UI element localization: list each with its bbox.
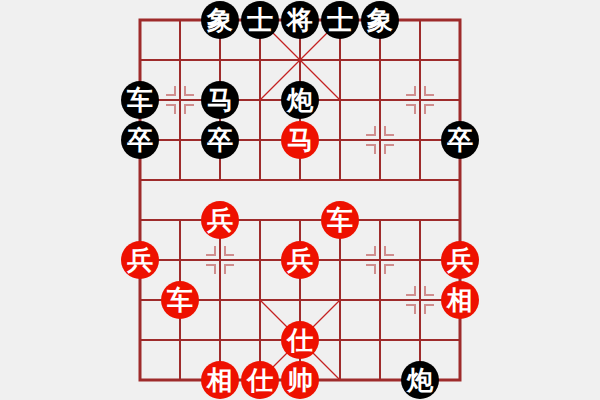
piece-red[interactable]: 仕 (281, 321, 319, 359)
xiangqi-board[interactable]: 象士将士象车马炮卒卒马卒兵车兵兵兵车相仕相仕帅炮 (0, 0, 600, 400)
piece-black[interactable]: 象 (201, 1, 239, 39)
piece-red[interactable]: 车 (321, 201, 359, 239)
piece-black[interactable]: 卒 (441, 121, 479, 159)
piece-red[interactable]: 仕 (241, 361, 279, 399)
piece-black[interactable]: 车 (121, 81, 159, 119)
piece-black[interactable]: 炮 (281, 81, 319, 119)
piece-red[interactable]: 相 (201, 361, 239, 399)
piece-black[interactable]: 士 (241, 1, 279, 39)
piece-red[interactable]: 相 (441, 281, 479, 319)
piece-red[interactable]: 兵 (281, 241, 319, 279)
piece-black[interactable]: 将 (281, 1, 319, 39)
piece-black[interactable]: 炮 (401, 361, 439, 399)
piece-red[interactable]: 马 (281, 121, 319, 159)
piece-red[interactable]: 兵 (441, 241, 479, 279)
piece-black[interactable]: 马 (201, 81, 239, 119)
piece-red[interactable]: 兵 (201, 201, 239, 239)
piece-red[interactable]: 兵 (121, 241, 159, 279)
piece-black[interactable]: 士 (321, 1, 359, 39)
piece-red[interactable]: 车 (161, 281, 199, 319)
piece-black[interactable]: 卒 (121, 121, 159, 159)
piece-black[interactable]: 象 (361, 1, 399, 39)
piece-red[interactable]: 帅 (281, 361, 319, 399)
piece-black[interactable]: 卒 (201, 121, 239, 159)
